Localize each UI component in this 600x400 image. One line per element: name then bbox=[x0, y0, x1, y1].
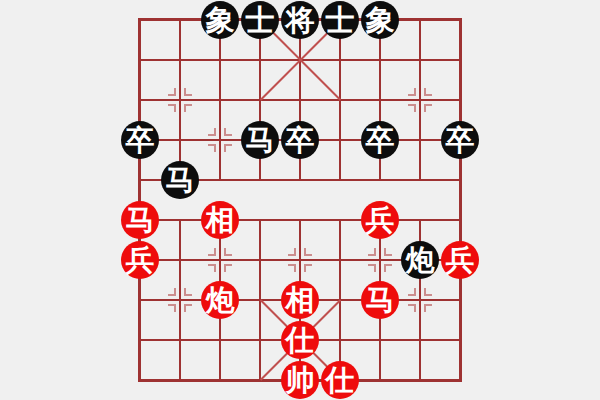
piece-red-elephant-f4r7[interactable]: 相 bbox=[281, 281, 319, 319]
piece-black-pawn-f0r3[interactable]: 卒 bbox=[121, 121, 159, 159]
piece-black-horse-f1r4[interactable]: 马 bbox=[161, 161, 199, 199]
piece-red-advisor-f4r8[interactable]: 仕 bbox=[281, 321, 319, 359]
piece-red-pawn-f6r5[interactable]: 兵 bbox=[361, 201, 399, 239]
piece-red-elephant-f2r5[interactable]: 相 bbox=[201, 201, 239, 239]
piece-black-elephant-f6r0[interactable]: 象 bbox=[361, 1, 399, 39]
pieces: 象士将士象卒马卒卒卒马马相兵兵炮兵炮相马仕帅仕 bbox=[0, 0, 600, 400]
piece-black-advisor-f3r0[interactable]: 士 bbox=[241, 1, 279, 39]
piece-red-horse-f6r7[interactable]: 马 bbox=[361, 281, 399, 319]
xiangqi-board[interactable]: 象士将士象卒马卒卒卒马马相兵兵炮兵炮相马仕帅仕 bbox=[0, 0, 600, 400]
piece-red-pawn-f8r6[interactable]: 兵 bbox=[441, 241, 479, 279]
piece-black-pawn-f6r3[interactable]: 卒 bbox=[361, 121, 399, 159]
piece-black-pawn-f8r3[interactable]: 卒 bbox=[441, 121, 479, 159]
piece-black-horse-f3r3[interactable]: 马 bbox=[241, 121, 279, 159]
piece-red-general-f4r9[interactable]: 帅 bbox=[281, 361, 319, 399]
piece-black-pawn-f4r3[interactable]: 卒 bbox=[281, 121, 319, 159]
piece-red-advisor-f5r9[interactable]: 仕 bbox=[321, 361, 359, 399]
piece-black-cannon-f7r6[interactable]: 炮 bbox=[401, 241, 439, 279]
piece-black-advisor-f5r0[interactable]: 士 bbox=[321, 1, 359, 39]
piece-red-pawn-f0r6[interactable]: 兵 bbox=[121, 241, 159, 279]
piece-red-cannon-f2r7[interactable]: 炮 bbox=[201, 281, 239, 319]
piece-black-general-f4r0[interactable]: 将 bbox=[281, 1, 319, 39]
piece-black-elephant-f2r0[interactable]: 象 bbox=[201, 1, 239, 39]
piece-red-horse-f0r5[interactable]: 马 bbox=[121, 201, 159, 239]
